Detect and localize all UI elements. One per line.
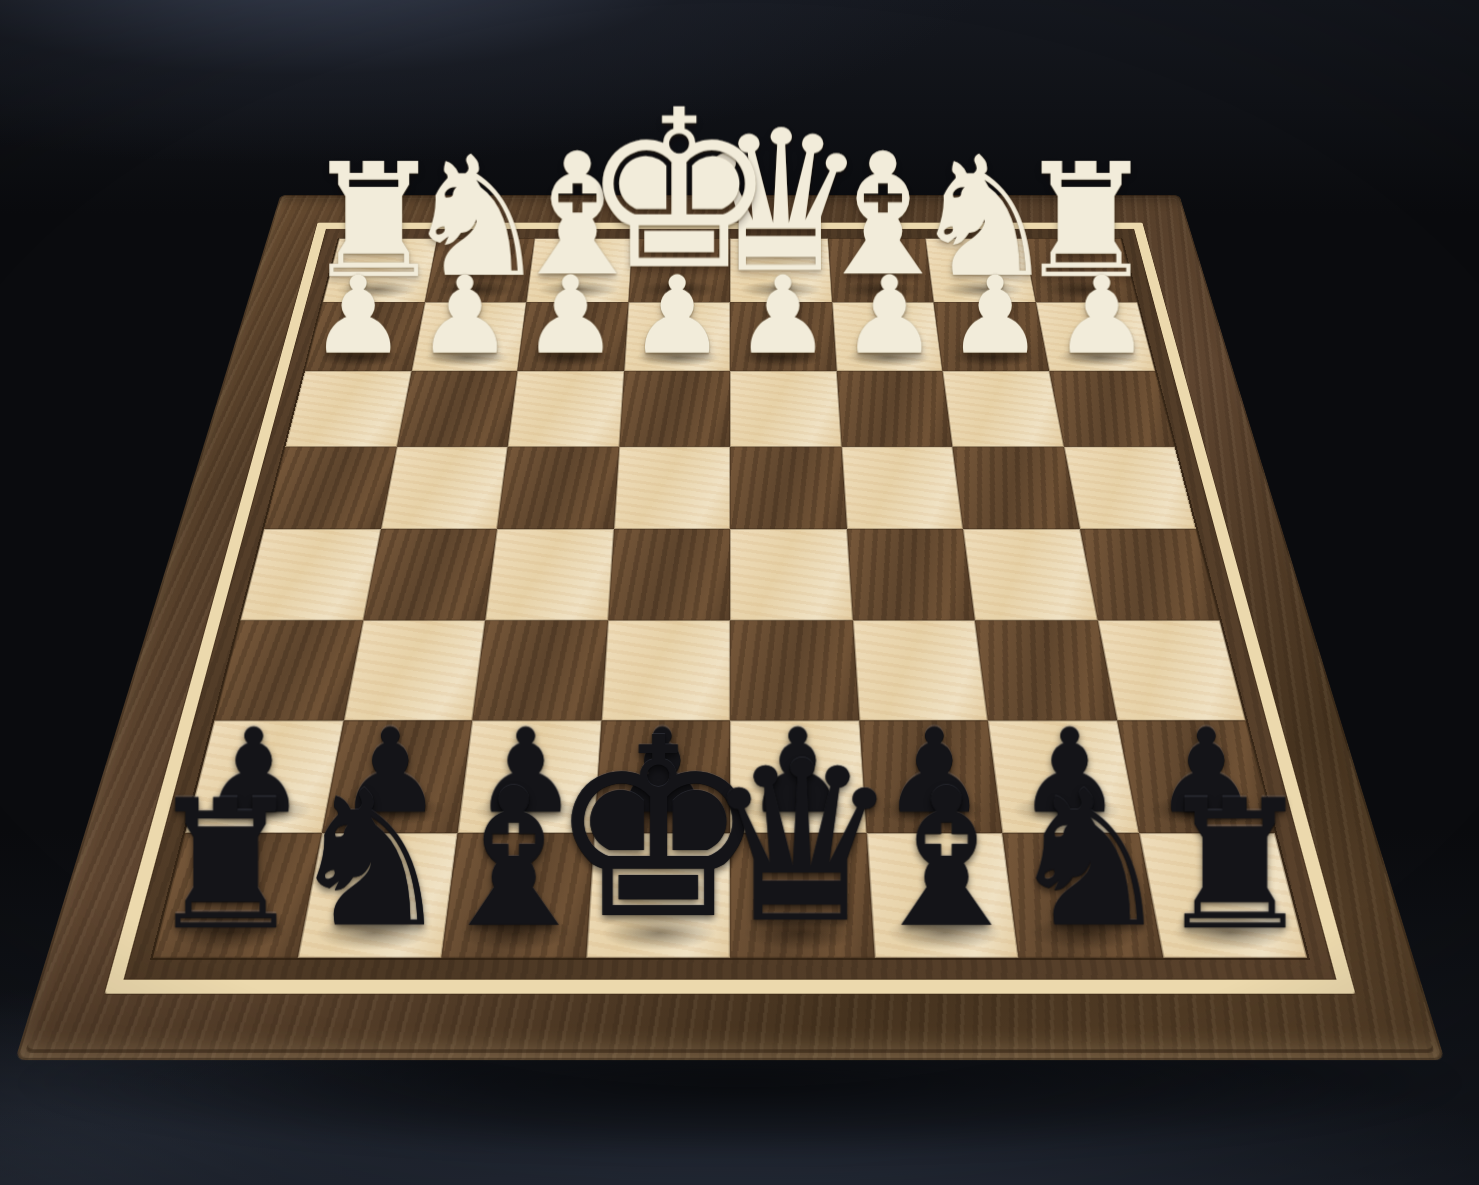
square-d5[interactable] [730, 529, 852, 620]
square-e2[interactable]: ♟ [624, 302, 730, 371]
square-h5[interactable] [240, 529, 380, 620]
piece-black-rook-h8[interactable]: ♜ [146, 776, 306, 955]
square-g3[interactable] [397, 371, 518, 446]
square-f2[interactable]: ♟ [517, 302, 628, 371]
square-b2[interactable]: ♟ [934, 302, 1049, 371]
square-d3[interactable] [730, 371, 841, 446]
square-c2[interactable]: ♟ [832, 302, 943, 371]
square-g5[interactable] [363, 529, 497, 620]
piece-white-pawn-d2[interactable]: ♟ [735, 262, 831, 370]
square-f8[interactable]: ♝ [441, 833, 593, 958]
piece-white-pawn-c2[interactable]: ♟ [841, 262, 937, 370]
square-c5[interactable] [847, 529, 975, 620]
square-h2[interactable]: ♟ [305, 302, 425, 371]
piece-white-pawn-b2[interactable]: ♟ [947, 262, 1043, 370]
chessboard: ♜♞♝♚♛♝♞♜♟♟♟♟♟♟♟♟♟♟♟♟♟♟♟♟♜♞♝♚♛♝♞♜ [15, 195, 1445, 1060]
square-b5[interactable] [963, 529, 1097, 620]
piece-black-queen-d8[interactable]: ♛ [703, 733, 902, 955]
square-g2[interactable]: ♟ [411, 302, 526, 371]
square-e3[interactable] [619, 371, 730, 446]
square-b3[interactable] [943, 371, 1064, 446]
square-h3[interactable] [285, 371, 411, 446]
square-e5[interactable] [608, 529, 730, 620]
piece-black-bishop-f8[interactable]: ♝ [428, 763, 600, 955]
board-grid: ♜♞♝♚♛♝♞♜♟♟♟♟♟♟♟♟♟♟♟♟♟♟♟♟♜♞♝♚♛♝♞♜ [153, 239, 1307, 958]
piece-white-pawn-h2[interactable]: ♟ [310, 262, 406, 370]
square-a3[interactable] [1049, 371, 1175, 446]
square-h8[interactable]: ♜ [153, 833, 322, 958]
piece-white-pawn-a2[interactable]: ♟ [1053, 262, 1149, 370]
photo-backdrop: ♜♞♝♚♛♝♞♜♟♟♟♟♟♟♟♟♟♟♟♟♟♟♟♟♜♞♝♚♛♝♞♜ [0, 0, 1479, 1185]
square-f5[interactable] [485, 529, 613, 620]
piece-white-pawn-e2[interactable]: ♟ [629, 262, 725, 370]
square-a2[interactable]: ♟ [1035, 302, 1155, 371]
square-d8[interactable]: ♛ [730, 833, 874, 958]
piece-white-pawn-g2[interactable]: ♟ [416, 262, 512, 370]
square-f3[interactable] [508, 371, 624, 446]
square-a8[interactable]: ♜ [1138, 833, 1307, 958]
piece-white-pawn-f2[interactable]: ♟ [523, 262, 619, 370]
square-d2[interactable]: ♟ [730, 302, 836, 371]
square-a5[interactable] [1080, 529, 1220, 620]
square-c3[interactable] [836, 371, 952, 446]
piece-black-rook-a8[interactable]: ♜ [1154, 776, 1314, 955]
